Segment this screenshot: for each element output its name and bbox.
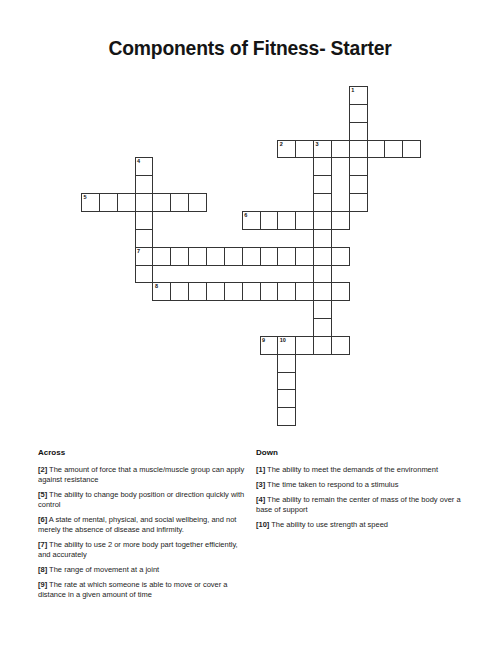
cell-number-2: 2 (280, 142, 283, 148)
grid-cell-r7c10[interactable] (260, 211, 279, 230)
grid-cell-r7c13[interactable] (313, 211, 332, 230)
clue-number-7-across: [7] (38, 540, 47, 549)
grid-cell-r6c5[interactable] (170, 193, 189, 212)
grid-cell-r14c10[interactable]: 9 (260, 336, 279, 355)
grid-cell-r6c2[interactable] (117, 193, 136, 212)
grid-cell-r4c3[interactable]: 4 (135, 157, 154, 176)
grid-cell-r6c0[interactable]: 5 (81, 193, 100, 212)
clue-number-8-across: [8] (38, 565, 47, 574)
grid-cell-r7c12[interactable] (295, 211, 314, 230)
clue-number-1-down: [1] (256, 465, 265, 474)
cell-number-7: 7 (137, 249, 140, 255)
grid-cell-r11c11[interactable] (277, 282, 296, 301)
puzzle-title: Components of Fitness- Starter (20, 36, 480, 60)
cell-number-3: 3 (316, 142, 319, 148)
grid-cell-r9c12[interactable] (295, 247, 314, 266)
grid-cell-r11c5[interactable] (170, 282, 189, 301)
worksheet-page: Components of Fitness- Starter 123456789… (0, 0, 500, 647)
cell-number-1: 1 (351, 88, 354, 94)
grid-cell-r9c8[interactable] (224, 247, 243, 266)
grid-cell-r9c13[interactable] (313, 247, 332, 266)
clue-1-down: [1] The ability to meet the demands of t… (256, 465, 470, 475)
clue-8-across: [8] The range of movement at a joint (38, 565, 248, 575)
cell-number-8: 8 (155, 284, 158, 290)
grid-cell-r3c14[interactable] (331, 140, 350, 159)
grid-cell-r9c14[interactable] (331, 247, 350, 266)
clue-number-9-across: [9] (38, 580, 47, 589)
grid-cell-r3c11[interactable]: 2 (277, 140, 296, 159)
grid-cell-r6c4[interactable] (152, 193, 171, 212)
across-header: Across (38, 448, 248, 458)
grid-cell-r9c3[interactable]: 7 (135, 247, 154, 266)
grid-cell-r11c12[interactable] (295, 282, 314, 301)
grid-cell-r7c9[interactable]: 6 (242, 211, 261, 230)
grid-cell-r11c8[interactable] (224, 282, 243, 301)
grid-cell-r13c13[interactable] (313, 318, 332, 337)
cell-number-6: 6 (244, 213, 247, 219)
grid-cell-r14c11[interactable]: 10 (277, 336, 296, 355)
grid-cell-r1c15[interactable] (349, 104, 368, 123)
cell-number-9: 9 (262, 338, 265, 344)
grid-cell-r9c6[interactable] (188, 247, 207, 266)
down-header: Down (256, 448, 470, 458)
grid-cell-r5c13[interactable] (313, 175, 332, 194)
clue-number-6-across: [6] (38, 515, 47, 524)
grid-cell-r9c4[interactable] (152, 247, 171, 266)
down-clues-section: Down [1] The ability to meet the demands… (256, 448, 470, 535)
grid-cell-r6c6[interactable] (188, 193, 207, 212)
grid-cell-r16c11[interactable] (277, 372, 296, 391)
cell-number-5: 5 (84, 195, 87, 201)
grid-cell-r6c15[interactable] (349, 193, 368, 212)
grid-cell-r4c15[interactable] (349, 157, 368, 176)
clue-9-across: [9] The rate at which someone is able to… (38, 580, 248, 600)
clue-number-10-down: [10] (256, 520, 269, 529)
grid-cell-r10c13[interactable] (313, 265, 332, 284)
across-clue-list: [2] The amount of force that a muscle/mu… (38, 465, 248, 600)
grid-cell-r3c17[interactable] (384, 140, 403, 159)
grid-cell-r17c11[interactable] (277, 389, 296, 408)
down-clue-list: [1] The ability to meet the demands of t… (256, 465, 470, 530)
grid-cell-r14c12[interactable] (295, 336, 314, 355)
clue-6-across: [6] A state of mental, physical, and soc… (38, 515, 248, 535)
grid-cell-r2c15[interactable] (349, 122, 368, 141)
grid-cell-r9c11[interactable] (277, 247, 296, 266)
grid-cell-r3c12[interactable] (295, 140, 314, 159)
crossword-grid: 12345678910 (81, 86, 422, 427)
grid-cell-r9c9[interactable] (242, 247, 261, 266)
grid-cell-r8c3[interactable] (135, 229, 154, 248)
grid-cell-r7c3[interactable] (135, 211, 154, 230)
grid-cell-r11c4[interactable]: 8 (152, 282, 171, 301)
clue-4-down: [4] The ability to remain the center of … (256, 495, 470, 515)
grid-cell-r10c3[interactable] (135, 265, 154, 284)
grid-cell-r18c11[interactable] (277, 407, 296, 426)
cell-number-10: 10 (280, 338, 286, 344)
grid-cell-r12c13[interactable] (313, 300, 332, 319)
grid-cell-r9c10[interactable] (260, 247, 279, 266)
clue-number-3-down: [3] (256, 480, 265, 489)
grid-cell-r3c16[interactable] (367, 140, 386, 159)
grid-cell-r15c11[interactable] (277, 354, 296, 373)
clue-7-across: [7] The ability to use 2 or more body pa… (38, 540, 248, 560)
grid-cell-r11c13[interactable] (313, 282, 332, 301)
clue-number-2-across: [2] (38, 465, 47, 474)
grid-cell-r6c3[interactable] (135, 193, 154, 212)
grid-cell-r11c14[interactable] (331, 282, 350, 301)
grid-cell-r4c13[interactable] (313, 157, 332, 176)
grid-cell-r8c13[interactable] (313, 229, 332, 248)
grid-cell-r3c13[interactable]: 3 (313, 140, 332, 159)
grid-cell-r14c13[interactable] (313, 336, 332, 355)
grid-cell-r9c5[interactable] (170, 247, 189, 266)
grid-cell-r3c15[interactable] (349, 140, 368, 159)
grid-cell-r11c7[interactable] (206, 282, 225, 301)
grid-cell-r5c15[interactable] (349, 175, 368, 194)
grid-cell-r5c3[interactable] (135, 175, 154, 194)
grid-cell-r6c1[interactable] (99, 193, 118, 212)
grid-cell-r11c9[interactable] (242, 282, 261, 301)
clue-5-across: [5] The ability to change body position … (38, 490, 248, 510)
grid-cell-r3c18[interactable] (402, 140, 421, 159)
grid-cell-r0c15[interactable]: 1 (349, 86, 368, 105)
clue-number-4-down: [4] (256, 495, 265, 504)
grid-cell-r7c14[interactable] (331, 211, 350, 230)
grid-cell-r7c11[interactable] (277, 211, 296, 230)
across-clues-section: Across [2] The amount of force that a mu… (38, 448, 248, 605)
grid-cell-r6c13[interactable] (313, 193, 332, 212)
cell-number-4: 4 (137, 159, 140, 165)
grid-cell-r9c7[interactable] (206, 247, 225, 266)
grid-cell-r11c10[interactable] (260, 282, 279, 301)
grid-cell-r11c6[interactable] (188, 282, 207, 301)
clue-number-5-across: [5] (38, 490, 47, 499)
clue-2-across: [2] The amount of force that a muscle/mu… (38, 465, 248, 485)
clue-10-down: [10] The ability to use strength at spee… (256, 520, 470, 530)
grid-cell-r14c14[interactable] (331, 336, 350, 355)
clue-3-down: [3] The time taken to respond to a stimu… (256, 480, 470, 490)
